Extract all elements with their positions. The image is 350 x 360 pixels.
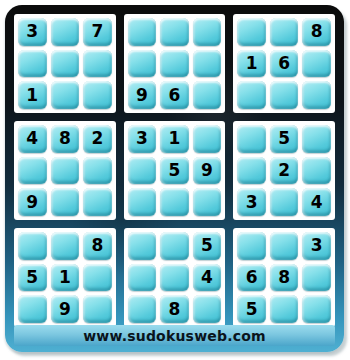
sudoku-box-r2c3: 5234 (233, 121, 335, 220)
sudoku-box-r2c1: 4829 (14, 121, 116, 220)
cell-r6c3[interactable] (83, 188, 112, 216)
cell-r2c7[interactable]: 1 (237, 50, 266, 78)
cell-r3c8[interactable] (270, 81, 299, 109)
cell-r4c7[interactable] (237, 125, 266, 153)
cell-r4c3[interactable]: 2 (83, 125, 112, 153)
cell-r3c4[interactable]: 9 (128, 81, 157, 109)
cell-r3c7[interactable] (237, 81, 266, 109)
cell-r6c7[interactable]: 3 (237, 188, 266, 216)
cell-r6c1[interactable]: 9 (18, 188, 47, 216)
cell-r2c5[interactable] (160, 50, 189, 78)
cell-r6c4[interactable] (128, 188, 157, 216)
sudoku-box-r3c3: 3685 (233, 228, 335, 327)
cell-r8c3[interactable] (83, 264, 112, 292)
cell-r3c9[interactable] (302, 81, 331, 109)
cell-r5c2[interactable] (51, 157, 80, 185)
cell-r8c4[interactable] (128, 264, 157, 292)
cell-r8c2[interactable]: 1 (51, 264, 80, 292)
cell-r9c1[interactable] (18, 295, 47, 323)
cell-r8c7[interactable]: 6 (237, 264, 266, 292)
cell-r1c7[interactable] (237, 18, 266, 46)
cell-r6c5[interactable] (160, 188, 189, 216)
cell-r4c5[interactable]: 1 (160, 125, 189, 153)
cell-r5c4[interactable] (128, 157, 157, 185)
cell-r7c6[interactable]: 5 (193, 232, 222, 260)
cell-r2c6[interactable] (193, 50, 222, 78)
cell-r8c8[interactable]: 8 (270, 264, 299, 292)
cell-r2c8[interactable]: 6 (270, 50, 299, 78)
cell-r7c2[interactable] (51, 232, 80, 260)
cell-r5c7[interactable] (237, 157, 266, 185)
cell-r5c9[interactable] (302, 157, 331, 185)
cell-r4c4[interactable]: 3 (128, 125, 157, 153)
cell-r7c5[interactable] (160, 232, 189, 260)
cell-r4c8[interactable]: 5 (270, 125, 299, 153)
board-grid: 3719681648293159523485195483685 (14, 14, 335, 327)
cell-r4c1[interactable]: 4 (18, 125, 47, 153)
cell-r8c6[interactable]: 4 (193, 264, 222, 292)
cell-r1c9[interactable]: 8 (302, 18, 331, 46)
cell-r1c4[interactable] (128, 18, 157, 46)
cell-r9c2[interactable]: 9 (51, 295, 80, 323)
cell-r5c5[interactable]: 5 (160, 157, 189, 185)
cell-r1c3[interactable]: 7 (83, 18, 112, 46)
cell-r4c2[interactable]: 8 (51, 125, 80, 153)
cell-r9c7[interactable]: 5 (237, 295, 266, 323)
cell-r4c9[interactable] (302, 125, 331, 153)
sudoku-box-r1c1: 371 (14, 14, 116, 113)
sudoku-box-r1c3: 816 (233, 14, 335, 113)
cell-r7c3[interactable]: 8 (83, 232, 112, 260)
cell-r9c6[interactable] (193, 295, 222, 323)
cell-r5c8[interactable]: 2 (270, 157, 299, 185)
cell-r7c1[interactable] (18, 232, 47, 260)
cell-r2c4[interactable] (128, 50, 157, 78)
sudoku-box-r3c2: 548 (124, 228, 226, 327)
cell-r3c6[interactable] (193, 81, 222, 109)
cell-r7c4[interactable] (128, 232, 157, 260)
cell-r1c5[interactable] (160, 18, 189, 46)
cell-r6c2[interactable] (51, 188, 80, 216)
cell-r9c5[interactable]: 8 (160, 295, 189, 323)
cell-r8c5[interactable] (160, 264, 189, 292)
cell-r3c5[interactable]: 6 (160, 81, 189, 109)
cell-r9c9[interactable] (302, 295, 331, 323)
cell-r1c2[interactable] (51, 18, 80, 46)
cell-r3c2[interactable] (51, 81, 80, 109)
cell-r7c8[interactable] (270, 232, 299, 260)
cell-r9c3[interactable] (83, 295, 112, 323)
cell-r5c3[interactable] (83, 157, 112, 185)
cell-r4c6[interactable] (193, 125, 222, 153)
cell-r7c9[interactable]: 3 (302, 232, 331, 260)
cell-r9c4[interactable] (128, 295, 157, 323)
cell-r2c9[interactable] (302, 50, 331, 78)
cell-r6c9[interactable]: 4 (302, 188, 331, 216)
cell-r5c6[interactable]: 9 (193, 157, 222, 185)
cell-r8c1[interactable]: 5 (18, 264, 47, 292)
cell-r6c6[interactable] (193, 188, 222, 216)
cell-r7c7[interactable] (237, 232, 266, 260)
cell-r9c8[interactable] (270, 295, 299, 323)
site-url: www.sudokusweb.com (83, 328, 266, 344)
cell-r2c3[interactable] (83, 50, 112, 78)
cell-r3c3[interactable] (83, 81, 112, 109)
cell-r3c1[interactable]: 1 (18, 81, 47, 109)
cell-r1c6[interactable] (193, 18, 222, 46)
cell-r8c9[interactable] (302, 264, 331, 292)
cell-r5c1[interactable] (18, 157, 47, 185)
site-footer: www.sudokusweb.com (14, 325, 335, 346)
cell-r2c2[interactable] (51, 50, 80, 78)
cell-r2c1[interactable] (18, 50, 47, 78)
sudoku-board: 3719681648293159523485195483685 www.sudo… (5, 5, 344, 352)
cell-r6c8[interactable] (270, 188, 299, 216)
sudoku-box-r1c2: 96 (124, 14, 226, 113)
sudoku-box-r2c2: 3159 (124, 121, 226, 220)
cell-r1c8[interactable] (270, 18, 299, 46)
page-background: 3719681648293159523485195483685 www.sudo… (0, 0, 350, 360)
cell-r1c1[interactable]: 3 (18, 18, 47, 46)
sudoku-box-r3c1: 8519 (14, 228, 116, 327)
